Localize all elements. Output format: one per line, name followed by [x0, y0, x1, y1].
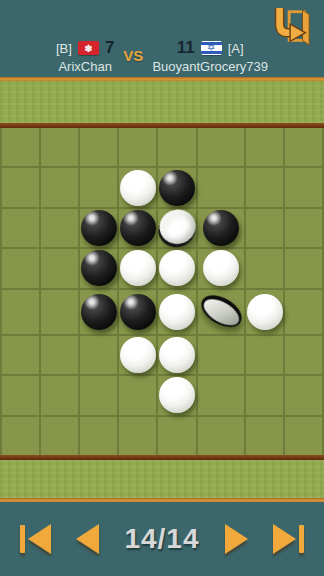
vs-label: VS — [123, 47, 143, 64]
cell-f6 — [198, 336, 244, 374]
cell-d8 — [119, 417, 156, 455]
cell-h6 — [285, 336, 322, 374]
cell-b2 — [41, 168, 78, 206]
last-move-bar-icon — [299, 525, 304, 553]
table-felt-bottom — [0, 460, 324, 498]
cell-e2 — [158, 168, 196, 206]
black-score: 7 — [105, 38, 114, 58]
cell-f5 — [198, 290, 244, 334]
black-disc — [81, 250, 117, 286]
cell-e8 — [158, 417, 196, 455]
white-score: 11 — [177, 38, 195, 58]
flipping-white-disc — [154, 206, 200, 251]
white-disc — [159, 294, 195, 330]
cell-g2 — [246, 168, 283, 206]
cell-g5 — [246, 290, 283, 334]
white-disc — [159, 337, 195, 373]
cell-a8 — [2, 417, 39, 455]
cell-a1 — [2, 128, 39, 166]
header: [B] ✽ 7 ArixChan VS 11 ✡ [A] BuoyantGroc… — [0, 0, 324, 77]
israel-flag-icon: ✡ — [201, 41, 222, 55]
flipping-disc — [190, 281, 252, 342]
cell-b7 — [41, 376, 78, 414]
cell-f1 — [198, 128, 244, 166]
right-player: 11 ✡ [A] BuoyantGrocery739 — [152, 38, 268, 74]
white-disc — [247, 294, 283, 330]
move-counter: 14/14 — [124, 523, 199, 555]
white-disc — [120, 337, 156, 373]
cell-h2 — [285, 168, 322, 206]
cell-d1 — [119, 128, 156, 166]
cell-a2 — [2, 168, 39, 206]
cell-c8 — [80, 417, 117, 455]
right-player-tag: [A] — [228, 41, 244, 56]
cell-f2 — [198, 168, 244, 206]
replay-nav: 14/14 — [0, 502, 324, 576]
cell-h5 — [285, 290, 322, 334]
cell-g6 — [246, 336, 283, 374]
cell-c2 — [80, 168, 117, 206]
white-disc — [159, 377, 195, 413]
board — [0, 128, 324, 455]
next-move-button[interactable] — [225, 524, 248, 554]
cell-d3 — [119, 209, 156, 247]
black-disc — [120, 294, 156, 330]
black-disc — [159, 170, 195, 206]
cell-f8 — [198, 417, 244, 455]
cell-g7 — [246, 376, 283, 414]
cell-a5 — [2, 290, 39, 334]
cell-a3 — [2, 209, 39, 247]
cell-e1 — [158, 128, 196, 166]
left-player: [B] ✽ 7 ArixChan — [56, 38, 114, 74]
exit-door-arrow-icon[interactable] — [271, 5, 313, 49]
white-disc — [120, 250, 156, 286]
cell-h8 — [285, 417, 322, 455]
cell-b5 — [41, 290, 78, 334]
cell-c6 — [80, 336, 117, 374]
cell-h4 — [285, 249, 322, 287]
cell-e3 — [158, 209, 196, 247]
black-disc — [81, 294, 117, 330]
left-player-name: ArixChan — [58, 59, 111, 74]
cell-h7 — [285, 376, 322, 414]
cell-b4 — [41, 249, 78, 287]
cell-c3 — [80, 209, 117, 247]
table-felt-top — [0, 81, 324, 123]
first-move-button[interactable] — [20, 524, 51, 554]
cell-h3 — [285, 209, 322, 247]
score-area: [B] ✽ 7 ArixChan VS 11 ✡ [A] BuoyantGroc… — [56, 38, 268, 74]
hong-kong-flag-icon: ✽ — [78, 41, 99, 55]
black-disc — [203, 210, 239, 246]
previous-move-button[interactable] — [76, 524, 99, 554]
cell-c5 — [80, 290, 117, 334]
cell-b6 — [41, 336, 78, 374]
cell-e4 — [158, 249, 196, 287]
cell-c7 — [80, 376, 117, 414]
cell-e7 — [158, 376, 196, 414]
left-player-tag: [B] — [56, 41, 72, 56]
previous-move-arrow-icon — [76, 524, 99, 554]
cell-g8 — [246, 417, 283, 455]
black-disc — [81, 210, 117, 246]
cell-b3 — [41, 209, 78, 247]
cell-d5 — [119, 290, 156, 334]
first-move-arrow-icon — [28, 524, 51, 554]
cell-d2 — [119, 168, 156, 206]
cell-h1 — [285, 128, 322, 166]
cell-f3 — [198, 209, 244, 247]
cell-a4 — [2, 249, 39, 287]
cell-d7 — [119, 376, 156, 414]
white-disc — [159, 250, 195, 286]
right-player-name: BuoyantGrocery739 — [152, 59, 268, 74]
last-move-arrow-icon — [273, 524, 296, 554]
cell-d4 — [119, 249, 156, 287]
cell-c4 — [80, 249, 117, 287]
reversi-replay-screen: [B] ✽ 7 ArixChan VS 11 ✡ [A] BuoyantGroc… — [0, 0, 324, 576]
last-move-button[interactable] — [273, 524, 304, 554]
cell-b1 — [41, 128, 78, 166]
black-disc — [120, 210, 156, 246]
cell-d6 — [119, 336, 156, 374]
cell-f4 — [198, 249, 244, 287]
white-disc — [120, 170, 156, 206]
white-disc — [203, 250, 239, 286]
cell-a7 — [2, 376, 39, 414]
cell-f7 — [198, 376, 244, 414]
cell-e5 — [158, 290, 196, 334]
next-move-arrow-icon — [225, 524, 248, 554]
cell-g4 — [246, 249, 283, 287]
cell-e6 — [158, 336, 196, 374]
cell-c1 — [80, 128, 117, 166]
cell-g1 — [246, 128, 283, 166]
cell-g3 — [246, 209, 283, 247]
cell-b8 — [41, 417, 78, 455]
cell-a6 — [2, 336, 39, 374]
first-move-bar-icon — [20, 525, 25, 553]
